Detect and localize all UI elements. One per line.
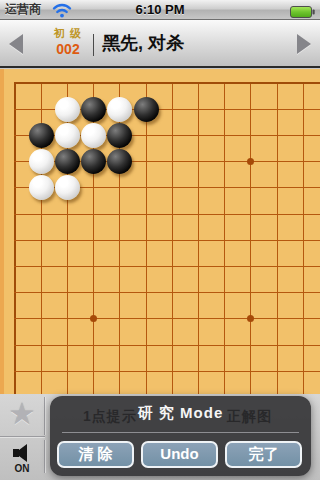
sheet-separator	[62, 432, 299, 433]
star-point	[90, 315, 97, 322]
black-stone	[29, 123, 54, 148]
grid-line-vertical	[198, 82, 199, 394]
sound-on-label: ON	[0, 463, 44, 474]
grid-line-vertical	[146, 82, 147, 394]
white-stone	[55, 97, 80, 122]
bottom-toolbar: ★ ON 1点提示 正解图 研 究 Mode 清 除 Undo 完了	[0, 394, 320, 480]
grid-line-vertical	[224, 82, 225, 394]
star-point	[247, 315, 254, 322]
board-edge-strip	[0, 69, 4, 394]
grid-line-horizontal	[14, 345, 320, 346]
grid-line-vertical	[277, 82, 278, 394]
problem-level: 初 级 002	[42, 26, 94, 57]
white-stone	[29, 149, 54, 174]
toolbar-divider	[44, 397, 45, 435]
problem-title: 黑先, 对杀	[102, 31, 184, 55]
grid-line-vertical	[172, 82, 173, 394]
grid-line-horizontal	[14, 371, 320, 372]
black-stone	[134, 97, 159, 122]
go-board[interactable]	[0, 69, 320, 394]
white-stone	[55, 123, 80, 148]
grid-line-horizontal	[14, 240, 320, 241]
nav-divider	[93, 34, 94, 56]
sheet-title: 研 究 Mode	[50, 404, 311, 423]
sound-toggle-button[interactable]: ON	[0, 437, 44, 480]
grid-line-horizontal	[14, 292, 320, 293]
black-stone	[107, 149, 132, 174]
status-bar: 运营商 6:10 PM	[0, 0, 320, 20]
grid-line-vertical	[303, 82, 304, 394]
black-stone	[81, 149, 106, 174]
undo-button[interactable]: Undo	[141, 441, 218, 468]
clock-label: 6:10 PM	[0, 0, 320, 19]
app-screen: 运营商 6:10 PM	[0, 0, 320, 480]
star-point	[247, 158, 254, 165]
black-stone	[55, 149, 80, 174]
favorite-star-button[interactable]: ★	[0, 394, 44, 436]
grid-line-horizontal	[14, 318, 320, 319]
nav-bar: 初 级 002 黑先, 对杀	[0, 20, 320, 68]
done-button[interactable]: 完了	[225, 441, 302, 468]
white-stone	[107, 97, 132, 122]
research-mode-sheet: 研 究 Mode 清 除 Undo 完了	[50, 396, 311, 476]
problem-number: 002	[42, 41, 94, 57]
grid-line-vertical	[250, 82, 251, 394]
grid-line-horizontal	[14, 214, 320, 215]
grid-line-horizontal	[14, 266, 320, 267]
toolbar-divider	[44, 440, 45, 473]
black-stone	[81, 97, 106, 122]
black-stone	[107, 123, 132, 148]
star-icon: ★	[9, 397, 36, 430]
white-stone	[55, 175, 80, 200]
prev-problem-button[interactable]	[9, 34, 23, 54]
next-problem-button[interactable]	[297, 34, 311, 54]
level-label: 初 级	[42, 26, 94, 41]
white-stone	[81, 123, 106, 148]
speaker-icon	[13, 444, 31, 462]
grid-line-vertical	[14, 82, 16, 394]
grid-line-horizontal	[14, 82, 320, 84]
clear-button[interactable]: 清 除	[57, 441, 134, 468]
white-stone	[29, 175, 54, 200]
